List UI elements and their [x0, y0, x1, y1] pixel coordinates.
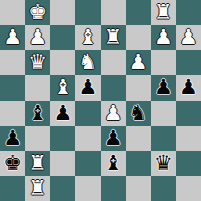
black-pawn-icon: ♟ [104, 126, 123, 151]
square-c6[interactable] [50, 50, 75, 75]
square-b4[interactable]: ♝ [25, 101, 50, 126]
square-a3[interactable]: ♟ [0, 126, 25, 151]
square-a6[interactable] [0, 50, 25, 75]
white-rook-icon: ♜ [28, 176, 47, 201]
square-f3[interactable] [126, 126, 151, 151]
black-king-icon: ♚ [3, 151, 22, 176]
square-b3[interactable] [25, 126, 50, 151]
square-h8[interactable] [176, 0, 201, 25]
square-b1[interactable]: ♜ [25, 176, 50, 201]
black-queen-icon: ♛ [154, 151, 173, 176]
square-c5[interactable]: ♝ [50, 75, 75, 100]
square-e7[interactable]: ♜ [101, 25, 126, 50]
chess-board-wrap: ♚♜♟♟♝♜♟♟♛♞♟♝♟♟♟♝♟♟♞♟♟♚♜♝♛♜ [0, 0, 201, 201]
white-rook-icon: ♜ [28, 151, 47, 176]
square-g4[interactable] [151, 101, 176, 126]
white-rook-icon: ♜ [104, 25, 123, 50]
square-e5[interactable] [101, 75, 126, 100]
white-bishop-icon: ♝ [53, 75, 72, 100]
white-pawn-icon: ♟ [179, 25, 198, 50]
square-b2[interactable]: ♜ [25, 151, 50, 176]
black-knight-icon: ♞ [129, 101, 148, 126]
black-pawn-icon: ♟ [3, 126, 22, 151]
black-pawn-icon: ♟ [53, 101, 72, 126]
square-b6[interactable]: ♛ [25, 50, 50, 75]
white-queen-icon: ♛ [28, 50, 47, 75]
square-e1[interactable] [101, 176, 126, 201]
square-f7[interactable] [126, 25, 151, 50]
square-b7[interactable]: ♟ [25, 25, 50, 50]
square-a7[interactable]: ♟ [0, 25, 25, 50]
square-a1[interactable] [0, 176, 25, 201]
square-c4[interactable]: ♟ [50, 101, 75, 126]
square-e4[interactable]: ♟ [101, 101, 126, 126]
square-c8[interactable] [50, 0, 75, 25]
white-pawn-icon: ♟ [154, 25, 173, 50]
square-f2[interactable] [126, 151, 151, 176]
square-d1[interactable] [75, 176, 100, 201]
square-c1[interactable] [50, 176, 75, 201]
white-king-icon: ♚ [28, 0, 47, 25]
square-g1[interactable] [151, 176, 176, 201]
white-pawn-icon: ♟ [28, 25, 47, 50]
white-pawn-icon: ♟ [129, 50, 148, 75]
square-a2[interactable]: ♚ [0, 151, 25, 176]
square-a8[interactable] [0, 0, 25, 25]
white-knight-icon: ♞ [79, 50, 98, 75]
square-d6[interactable]: ♞ [75, 50, 100, 75]
square-c3[interactable] [50, 126, 75, 151]
square-e3[interactable]: ♟ [101, 126, 126, 151]
square-e8[interactable] [101, 0, 126, 25]
square-g6[interactable] [151, 50, 176, 75]
square-d3[interactable] [75, 126, 100, 151]
square-g8[interactable]: ♜ [151, 0, 176, 25]
square-f1[interactable] [126, 176, 151, 201]
white-pawn-icon: ♟ [104, 101, 123, 126]
black-pawn-icon: ♟ [179, 75, 198, 100]
square-d2[interactable] [75, 151, 100, 176]
square-h4[interactable] [176, 101, 201, 126]
white-bishop-icon: ♝ [79, 25, 98, 50]
square-g2[interactable]: ♛ [151, 151, 176, 176]
square-b8[interactable]: ♚ [25, 0, 50, 25]
square-e6[interactable] [101, 50, 126, 75]
square-a4[interactable] [0, 101, 25, 126]
square-e2[interactable]: ♝ [101, 151, 126, 176]
square-g7[interactable]: ♟ [151, 25, 176, 50]
square-f5[interactable] [126, 75, 151, 100]
square-h2[interactable] [176, 151, 201, 176]
square-h5[interactable]: ♟ [176, 75, 201, 100]
black-bishop-icon: ♝ [28, 101, 47, 126]
square-d7[interactable]: ♝ [75, 25, 100, 50]
square-c2[interactable] [50, 151, 75, 176]
black-bishop-icon: ♝ [104, 151, 123, 176]
square-h1[interactable] [176, 176, 201, 201]
square-f8[interactable] [126, 0, 151, 25]
square-f4[interactable]: ♞ [126, 101, 151, 126]
black-pawn-icon: ♟ [154, 75, 173, 100]
square-d5[interactable]: ♟ [75, 75, 100, 100]
square-b5[interactable] [25, 75, 50, 100]
square-d8[interactable] [75, 0, 100, 25]
chess-board: ♚♜♟♟♝♜♟♟♛♞♟♝♟♟♟♝♟♟♞♟♟♚♜♝♛♜ [0, 0, 201, 201]
square-g5[interactable]: ♟ [151, 75, 176, 100]
square-h3[interactable] [176, 126, 201, 151]
square-h6[interactable] [176, 50, 201, 75]
square-f6[interactable]: ♟ [126, 50, 151, 75]
black-pawn-icon: ♟ [79, 75, 98, 100]
square-a5[interactable] [0, 75, 25, 100]
square-c7[interactable] [50, 25, 75, 50]
white-rook-icon: ♜ [154, 0, 173, 25]
square-h7[interactable]: ♟ [176, 25, 201, 50]
white-pawn-icon: ♟ [3, 25, 22, 50]
square-g3[interactable] [151, 126, 176, 151]
square-d4[interactable] [75, 101, 100, 126]
